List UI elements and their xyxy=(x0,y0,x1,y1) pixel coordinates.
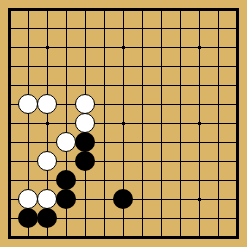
grid-line-vertical xyxy=(142,9,143,237)
white-stone xyxy=(56,132,76,152)
black-stone xyxy=(75,132,95,152)
white-stone xyxy=(18,94,38,114)
star-point xyxy=(122,46,125,49)
star-point xyxy=(198,46,201,49)
go-board-diagram xyxy=(0,0,247,247)
white-stone xyxy=(18,189,38,209)
grid-line-horizontal xyxy=(9,180,237,181)
black-stone xyxy=(56,170,76,190)
white-stone xyxy=(37,94,57,114)
star-point xyxy=(198,198,201,201)
grid-line-vertical xyxy=(161,9,162,237)
white-stone xyxy=(37,151,57,171)
black-stone xyxy=(56,189,76,209)
black-stone xyxy=(75,151,95,171)
grid-line-vertical xyxy=(218,9,219,237)
white-stone xyxy=(37,189,57,209)
goban[interactable] xyxy=(0,0,247,247)
star-point xyxy=(46,46,49,49)
white-stone xyxy=(75,113,95,133)
black-stone xyxy=(113,189,133,209)
star-point xyxy=(198,122,201,125)
star-point xyxy=(122,122,125,125)
star-point xyxy=(46,122,49,125)
white-stone xyxy=(75,94,95,114)
grid-line-horizontal xyxy=(9,142,237,143)
black-stone xyxy=(18,208,38,228)
grid-line-vertical xyxy=(180,9,181,237)
black-stone xyxy=(37,208,57,228)
